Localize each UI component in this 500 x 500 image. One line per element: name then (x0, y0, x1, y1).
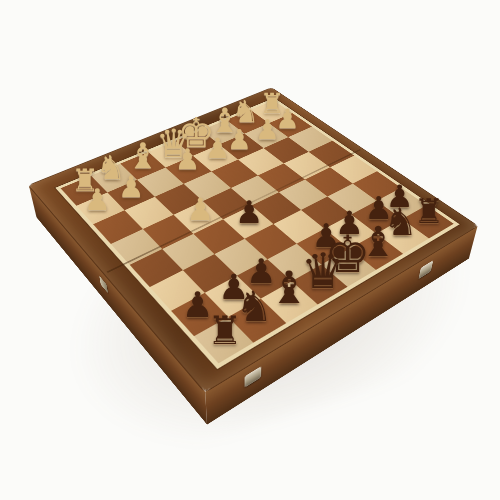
board-square (325, 215, 377, 249)
board-square (171, 293, 228, 336)
board-square (349, 234, 403, 270)
board-square (351, 201, 402, 234)
board-square (194, 317, 253, 363)
board-square (174, 201, 224, 234)
board-square (162, 234, 214, 270)
clasp-icon (419, 260, 434, 279)
product-photo: ♜♞♝♛♚♝♞♜♟♟♟♟♟♟♟♟♟♟♟♟♟♟♟♟♜♞♝♛♚♝♞♜ (0, 0, 500, 500)
board-square (261, 281, 318, 323)
board-square (130, 249, 183, 287)
board-square (150, 270, 205, 311)
board-square (402, 205, 454, 238)
board-square (376, 219, 429, 254)
board-square (297, 229, 350, 265)
hinge-icon (99, 276, 108, 294)
board-square (321, 249, 376, 287)
board-square (183, 254, 237, 293)
board-square (143, 215, 194, 249)
board-top (29, 88, 478, 392)
board-square (245, 224, 297, 259)
board-square (237, 259, 292, 298)
chess-board-box (29, 88, 478, 392)
board-square (205, 276, 261, 317)
squares-grid (55, 98, 459, 369)
board-square (228, 299, 286, 343)
scene (0, 0, 500, 500)
board-square (223, 206, 273, 239)
clasp-icon (245, 366, 262, 388)
board-square (214, 239, 267, 276)
board-square (273, 210, 324, 244)
board-square (93, 210, 143, 244)
board-square (193, 219, 244, 254)
board-square (292, 265, 348, 305)
board-square (111, 229, 162, 265)
board-square (267, 244, 321, 281)
